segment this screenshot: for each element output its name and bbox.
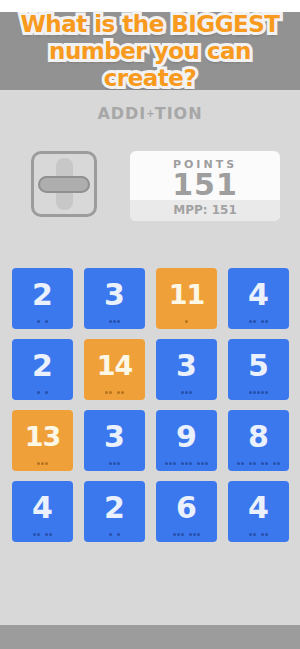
board-grid: 2311421435133984264 <box>12 268 289 542</box>
tile-dots <box>156 462 217 465</box>
tile-r1c4[interactable]: 4 <box>228 268 289 329</box>
tile-r3c4[interactable]: 8 <box>228 410 289 471</box>
tile-number: 14 <box>97 350 133 389</box>
tile-dots <box>12 533 73 536</box>
score-panel: POINTS 151 MPP: 151 <box>130 151 280 221</box>
tile-number: 3 <box>176 348 197 391</box>
bottom-bar <box>0 625 300 649</box>
tile-dots <box>84 533 145 536</box>
title-plus-icon: + <box>146 108 154 119</box>
tile-dots <box>156 320 217 323</box>
tile-r3c3[interactable]: 9 <box>156 410 217 471</box>
tile-dots <box>12 462 73 465</box>
tile-dots <box>228 320 289 323</box>
tile-dots <box>228 391 289 394</box>
tile-dots <box>156 533 217 536</box>
tile-r1c2[interactable]: 3 <box>84 268 145 329</box>
tile-dots <box>228 533 289 536</box>
tile-r4c3[interactable]: 6 <box>156 481 217 542</box>
tile-r2c2[interactable]: 14 <box>84 339 145 400</box>
plus-icon-bar <box>38 176 90 193</box>
tile-r1c1[interactable]: 2 <box>12 268 73 329</box>
game-area: ADDI+TION POINTS 151 MPP: 151 2311421435… <box>0 90 300 625</box>
tile-number: 2 <box>32 277 53 320</box>
app-screen: What is the BIGGEST number you can creat… <box>0 0 300 649</box>
tile-dots <box>156 391 217 394</box>
tile-number: 4 <box>248 277 269 320</box>
tile-dots <box>228 462 289 465</box>
banner-line-2: number you can create? <box>0 38 300 92</box>
tile-r4c1[interactable]: 4 <box>12 481 73 542</box>
plus-button[interactable] <box>31 151 97 217</box>
tile-r3c2[interactable]: 3 <box>84 410 145 471</box>
tile-number: 9 <box>176 419 197 462</box>
tile-r3c1[interactable]: 13 <box>12 410 73 471</box>
mpp-badge: MPP: 151 <box>130 200 280 221</box>
title-post: TION <box>155 104 203 123</box>
tile-number: 2 <box>32 348 53 391</box>
title-pre: ADDI <box>97 104 146 123</box>
tile-r4c4[interactable]: 4 <box>228 481 289 542</box>
page-title: ADDI+TION <box>0 104 300 123</box>
tile-dots <box>84 391 145 394</box>
tile-number: 3 <box>104 419 125 462</box>
tile-r2c1[interactable]: 2 <box>12 339 73 400</box>
tile-dots <box>84 320 145 323</box>
tile-number: 4 <box>248 490 269 533</box>
banner-line-1: What is the BIGGEST <box>0 11 300 38</box>
tile-r4c2[interactable]: 2 <box>84 481 145 542</box>
tile-number: 13 <box>25 421 61 460</box>
tile-number: 3 <box>104 277 125 320</box>
tile-r2c3[interactable]: 3 <box>156 339 217 400</box>
tile-r1c3[interactable]: 11 <box>156 268 217 329</box>
promo-banner: What is the BIGGEST number you can creat… <box>0 12 300 90</box>
tile-r2c4[interactable]: 5 <box>228 339 289 400</box>
tile-number: 6 <box>176 490 197 533</box>
tile-dots <box>12 320 73 323</box>
tile-number: 11 <box>169 279 205 318</box>
tile-number: 5 <box>248 348 269 391</box>
tile-number: 4 <box>32 490 53 533</box>
tile-number: 8 <box>248 419 269 462</box>
tile-dots <box>12 391 73 394</box>
tile-dots <box>84 462 145 465</box>
points-value: 151 <box>130 171 280 199</box>
tile-number: 2 <box>104 490 125 533</box>
